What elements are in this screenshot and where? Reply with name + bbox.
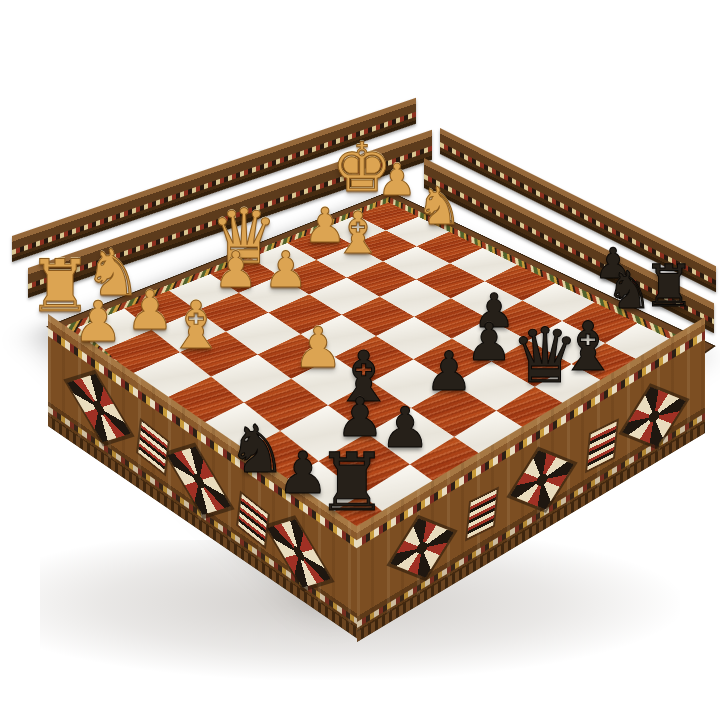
black-queen-e8[interactable]: ♛ [511,318,579,394]
black-pawn-d7[interactable]: ♟ [425,345,473,399]
white-knight-h2[interactable]: ♞ [416,180,463,232]
white-pawn-a2[interactable]: ♟ [73,294,123,350]
black-rook-a8[interactable]: ♜ [316,443,388,523]
chess-box-scene: ♜♞♟♟♝♛♟♟♟♟♝♚♟♞♜♟♞♟♝♟♟♟♟♛♝♟♞♜ [0,0,720,720]
white-bishop-f2[interactable]: ♝ [332,204,384,262]
white-pawn-g2[interactable]: ♟ [377,158,416,202]
white-bishop-b3[interactable]: ♝ [166,293,225,359]
white-pawn-d2[interactable]: ♟ [264,245,309,295]
